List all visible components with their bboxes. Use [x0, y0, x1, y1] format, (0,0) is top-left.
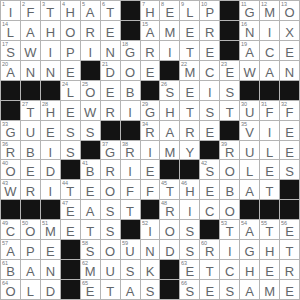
cell-letter: S — [81, 121, 100, 140]
cell-letter: E — [180, 81, 199, 100]
cell-letter: O — [160, 220, 179, 239]
cell-letter: T — [260, 180, 279, 199]
cell-r6c3[interactable]: 28H — [41, 101, 61, 121]
cell-letter: N — [41, 61, 60, 80]
cell-r9c11[interactable]: 42S — [200, 160, 220, 180]
cell-r9c8[interactable]: E — [141, 160, 161, 180]
cell-r14c10[interactable]: 63E — [180, 260, 200, 280]
cell-r5c9[interactable]: 26S — [160, 81, 180, 101]
block-cell-r9c10 — [180, 160, 200, 180]
cell-r6c10[interactable]: T — [180, 101, 200, 121]
cell-r11c6[interactable]: S — [101, 200, 121, 220]
cell-r10c14[interactable]: T — [260, 180, 280, 200]
cell-r13c3[interactable]: E — [41, 240, 61, 260]
cell-r13c11[interactable]: 60R — [200, 240, 220, 260]
cell-r3c2[interactable]: W — [21, 41, 41, 61]
cell-letter: I — [260, 121, 279, 140]
cell-r2c13[interactable]: 16N — [240, 21, 260, 41]
cell-letter: F — [121, 180, 140, 199]
cell-r4c10[interactable]: 22M — [180, 61, 200, 81]
cell-r7c10[interactable]: R — [180, 121, 200, 141]
cell-r7c14[interactable]: I — [260, 121, 280, 141]
cell-r4c3[interactable]: N — [41, 61, 61, 81]
cell-letter: N — [101, 41, 120, 60]
cell-r14c15[interactable]: R — [280, 260, 300, 280]
cell-r12c3[interactable]: 51M — [41, 220, 61, 240]
cell-letter: H — [180, 180, 199, 199]
cell-r13c14[interactable]: H — [260, 240, 280, 260]
cell-r2c10[interactable]: E — [180, 21, 200, 41]
cell-r1c8[interactable]: 7H — [141, 1, 161, 21]
cell-r10c5[interactable]: E — [81, 180, 101, 200]
cell-letter: G — [1, 121, 20, 140]
block-cell-r9c9 — [160, 160, 180, 180]
cell-r3c11[interactable]: E — [200, 41, 220, 61]
cell-r2c8[interactable]: 15A — [141, 21, 161, 41]
block-cell-r11c8 — [141, 200, 161, 220]
cell-r15c13[interactable]: A — [240, 280, 260, 300]
cell-letter: E — [81, 180, 100, 199]
cell-r12c8[interactable]: 52I — [141, 220, 161, 240]
cell-r7c4[interactable]: S — [61, 121, 81, 141]
cell-letter: E — [260, 260, 279, 279]
cell-letter: O — [1, 160, 20, 179]
cell-r14c6[interactable]: U — [101, 260, 121, 280]
cell-letter: A — [141, 21, 160, 40]
cell-letter: F — [280, 101, 299, 120]
cell-r6c4[interactable]: E — [61, 101, 81, 121]
cell-r8c15[interactable]: E — [280, 141, 300, 161]
cell-letter: I — [180, 200, 199, 219]
cell-letter: S — [280, 160, 299, 179]
cell-r15c8[interactable]: S — [141, 280, 161, 300]
cell-r15c7[interactable]: A — [121, 280, 141, 300]
cell-letter: T — [220, 101, 239, 120]
cell-r8c12[interactable]: 39R — [220, 141, 240, 161]
cell-r14c11[interactable]: T — [200, 260, 220, 280]
cell-letter: E — [200, 41, 219, 60]
cell-letter: G — [141, 101, 160, 120]
cell-r4c12[interactable]: 23E — [220, 61, 240, 81]
cell-r4c6[interactable]: 21D — [101, 61, 121, 81]
cell-r9c6[interactable]: R — [101, 160, 121, 180]
cell-letter: U — [240, 141, 259, 160]
cell-letter: E — [61, 200, 80, 219]
cell-r4c7[interactable]: O — [121, 61, 141, 81]
cell-r11c7[interactable]: T — [121, 200, 141, 220]
cell-r8c13[interactable]: U — [240, 141, 260, 161]
cell-letter: S — [160, 81, 179, 100]
cell-r5c12[interactable]: S — [220, 81, 240, 101]
cell-r10c6[interactable]: O — [101, 180, 121, 200]
cell-r12c2[interactable]: 50O — [21, 220, 41, 240]
cell-letter: M — [41, 220, 60, 239]
cell-r1c6[interactable]: 6T — [101, 1, 121, 21]
cell-r5c5[interactable]: 25O — [81, 81, 101, 101]
cell-letter: T — [81, 220, 100, 239]
cell-letter: C — [200, 200, 219, 219]
block-cell-r7c7 — [121, 121, 141, 141]
cell-r3c14[interactable]: C — [260, 41, 280, 61]
cell-r15c15[interactable]: E — [280, 280, 300, 300]
crossword-grid: 1I2F3T4H5A6T7H8E9L10P11G12M13O14LAHORE15… — [0, 0, 300, 300]
cell-letter: E — [280, 280, 299, 299]
cell-r13c5[interactable]: 58S — [81, 240, 101, 260]
cell-r9c14[interactable]: E — [260, 160, 280, 180]
cell-letter: A — [260, 61, 279, 80]
cell-r1c2[interactable]: 2F — [21, 1, 41, 21]
cell-r10c2[interactable]: R — [21, 180, 41, 200]
cell-r1c3[interactable]: 3T — [41, 1, 61, 21]
cell-r9c2[interactable]: E — [21, 160, 41, 180]
cell-r15c5[interactable]: 65E — [81, 280, 101, 300]
cell-letter: B — [1, 260, 20, 279]
cell-letter: T — [41, 1, 60, 20]
cell-r15c1[interactable]: 64O — [1, 280, 21, 300]
cell-letter: D — [41, 160, 60, 179]
cell-r8c1[interactable]: 36R — [1, 141, 21, 161]
cell-r14c3[interactable]: N — [41, 260, 61, 280]
cell-r11c11[interactable]: C — [200, 200, 220, 220]
cell-r13c1[interactable]: 57A — [1, 240, 21, 260]
cell-letter: C — [260, 41, 279, 60]
cell-r3c7[interactable]: 18G — [121, 41, 141, 61]
cell-letter: R — [101, 160, 120, 179]
cell-r6c7[interactable]: I — [121, 101, 141, 121]
cell-r13c10[interactable]: S — [180, 240, 200, 260]
cell-r9c5[interactable]: 41B — [81, 160, 101, 180]
cell-r7c15[interactable]: E — [280, 121, 300, 141]
cell-letter: S — [180, 220, 199, 239]
cell-letter: G — [240, 1, 259, 20]
block-cell-r1c12 — [220, 1, 240, 21]
cell-r12c10[interactable]: S — [180, 220, 200, 240]
cell-letter: S — [61, 121, 80, 140]
cell-r4c14[interactable]: A — [260, 61, 280, 81]
cell-r12c1[interactable]: 49C — [1, 220, 21, 240]
cell-r4c1[interactable]: 20A — [1, 61, 21, 81]
cell-r9c12[interactable]: O — [220, 160, 240, 180]
cell-r6c12[interactable]: T — [220, 101, 240, 121]
cell-letter: E — [280, 141, 299, 160]
cell-r2c1[interactable]: 14L — [1, 21, 21, 41]
cell-r15c14[interactable]: M — [260, 280, 280, 300]
cell-r8c7[interactable]: 38R — [121, 141, 141, 161]
cell-r5c7[interactable]: B — [121, 81, 141, 101]
cell-r14c13[interactable]: H — [240, 260, 260, 280]
cell-letter: B — [21, 141, 40, 160]
cell-r4c4[interactable]: E — [61, 61, 81, 81]
cell-letter: R — [121, 141, 140, 160]
cell-r13c2[interactable]: P — [21, 240, 41, 260]
cell-r9c3[interactable]: D — [41, 160, 61, 180]
cell-letter: E — [141, 61, 160, 80]
cell-r8c4[interactable]: S — [61, 141, 81, 161]
cell-letter: N — [240, 21, 259, 40]
cell-r3c9[interactable]: I — [160, 41, 180, 61]
cell-r1c13[interactable]: 11G — [240, 1, 260, 21]
cell-letter: E — [180, 260, 199, 279]
cell-r8c9[interactable]: M — [160, 141, 180, 161]
cell-letter: F — [141, 180, 160, 199]
block-cell-r5c3 — [41, 81, 61, 101]
cell-r14c8[interactable]: K — [141, 260, 161, 280]
cell-letter: S — [101, 220, 120, 239]
cell-r2c14[interactable]: I — [260, 21, 280, 41]
cell-letter: I — [220, 240, 239, 259]
cell-r5c11[interactable]: I — [200, 81, 220, 101]
cell-letter: T — [21, 101, 40, 120]
cell-letter: I — [141, 220, 160, 239]
cell-letter: S — [101, 200, 120, 219]
cell-r14c2[interactable]: A — [21, 260, 41, 280]
cell-r1c14[interactable]: 12M — [260, 1, 280, 21]
cell-letter: E — [220, 61, 239, 80]
cell-r3c5[interactable]: I — [81, 41, 101, 61]
cell-r10c8[interactable]: F — [141, 180, 161, 200]
cell-letter: F — [260, 101, 279, 120]
cell-letter: R — [81, 21, 100, 40]
block-cell-r4c9 — [160, 61, 180, 81]
cell-letter: N — [280, 61, 299, 80]
cell-r12c9[interactable]: O — [160, 220, 180, 240]
cell-r6c5[interactable]: W — [81, 101, 101, 121]
cell-r9c1[interactable]: 40O — [1, 160, 21, 180]
block-cell-r8c5 — [81, 141, 101, 161]
cell-r10c9[interactable]: 45T — [160, 180, 180, 200]
cell-r6c15[interactable]: 32F — [280, 101, 300, 121]
cell-letter: R — [180, 121, 199, 140]
cell-r13c7[interactable]: 59U — [121, 240, 141, 260]
cell-r6c2[interactable]: 27T — [21, 101, 41, 121]
cell-r3c8[interactable]: R — [141, 41, 161, 61]
cell-r2c9[interactable]: M — [160, 21, 180, 41]
cell-r7c9[interactable]: A — [160, 121, 180, 141]
cell-r8c10[interactable]: Y — [180, 141, 200, 161]
cell-r2c4[interactable]: O — [61, 21, 81, 41]
cell-letter: E — [160, 1, 179, 20]
cell-letter: S — [1, 41, 20, 60]
cell-letter: T — [180, 41, 199, 60]
cell-letter: O — [220, 160, 239, 179]
cell-r10c10[interactable]: 46H — [180, 180, 200, 200]
cell-r11c5[interactable]: A — [81, 200, 101, 220]
cell-r2c6[interactable]: E — [101, 21, 121, 41]
cell-letter: A — [1, 240, 20, 259]
cell-r3c15[interactable]: E — [280, 41, 300, 61]
cell-r12c12[interactable]: 53T — [220, 220, 240, 240]
cell-r8c8[interactable]: I — [141, 141, 161, 161]
cell-r2c3[interactable]: H — [41, 21, 61, 41]
cell-r12c13[interactable]: 54A — [240, 220, 260, 240]
cell-r13c15[interactable]: T — [280, 240, 300, 260]
cell-r5c4[interactable]: 24L — [61, 81, 81, 101]
cell-r6c11[interactable]: S — [200, 101, 220, 121]
cell-r10c3[interactable]: I — [41, 180, 61, 200]
block-cell-r1c7 — [121, 1, 141, 21]
cell-r1c1[interactable]: 1I — [1, 1, 21, 21]
cell-r3c1[interactable]: 17S — [1, 41, 21, 61]
cell-r6c13[interactable]: 30U — [240, 101, 260, 121]
block-cell-r7c6 — [101, 121, 121, 141]
cell-letter: D — [101, 61, 120, 80]
cell-r10c4[interactable]: 44T — [61, 180, 81, 200]
cell-r13c12[interactable]: I — [220, 240, 240, 260]
cell-r15c6[interactable]: T — [101, 280, 121, 300]
cell-r5c6[interactable]: E — [101, 81, 121, 101]
cell-r14c5[interactable]: 62M — [81, 260, 101, 280]
cell-r1c11[interactable]: 10P — [200, 1, 220, 21]
cell-letter: E — [101, 81, 120, 100]
cell-r12c15[interactable]: 56E — [280, 220, 300, 240]
cell-r3c6[interactable]: N — [101, 41, 121, 61]
cell-letter: M — [260, 280, 279, 299]
cell-letter: W — [21, 41, 40, 60]
cell-letter: A — [160, 121, 179, 140]
cell-r15c2[interactable]: L — [21, 280, 41, 300]
cell-letter: O — [121, 61, 140, 80]
cell-r1c10[interactable]: 9L — [180, 1, 200, 21]
cell-r13c9[interactable]: D — [160, 240, 180, 260]
cell-letter: E — [101, 21, 120, 40]
cell-letter: E — [260, 160, 279, 179]
cell-r7c1[interactable]: 33G — [1, 121, 21, 141]
cell-letter: H — [41, 21, 60, 40]
cell-r9c15[interactable]: S — [280, 160, 300, 180]
cell-letter: A — [81, 1, 100, 20]
cell-letter: E — [81, 280, 100, 299]
cell-r8c6[interactable]: 37G — [101, 141, 121, 161]
cell-r2c15[interactable]: X — [280, 21, 300, 41]
block-cell-r5c13 — [240, 81, 260, 101]
cell-r7c5[interactable]: S — [81, 121, 101, 141]
cell-letter: H — [61, 1, 80, 20]
cell-letter: C — [220, 260, 239, 279]
cell-letter: O — [280, 1, 299, 20]
cell-r7c2[interactable]: U — [21, 121, 41, 141]
cell-letter: M — [160, 141, 179, 160]
cell-r1c9[interactable]: 8E — [160, 1, 180, 21]
cell-r15c3[interactable]: D — [41, 280, 61, 300]
cell-r12c14[interactable]: 55T — [260, 220, 280, 240]
cell-r13c13[interactable]: G — [240, 240, 260, 260]
cell-r13c6[interactable]: O — [101, 240, 121, 260]
cell-r10c12[interactable]: B — [220, 180, 240, 200]
cell-r12c6[interactable]: S — [101, 220, 121, 240]
cell-letter: R — [200, 21, 219, 40]
cell-r3c10[interactable]: T — [180, 41, 200, 61]
cell-r1c5[interactable]: 5A — [81, 1, 101, 21]
cell-r11c9[interactable]: 48R — [160, 200, 180, 220]
cell-r14c7[interactable]: S — [121, 260, 141, 280]
cell-r9c13[interactable]: L — [240, 160, 260, 180]
cell-letter: D — [41, 280, 60, 299]
cell-letter: E — [180, 21, 199, 40]
cell-r4c2[interactable]: N — [21, 61, 41, 81]
cell-letter: O — [81, 81, 100, 100]
cell-r15c11[interactable]: E — [200, 280, 220, 300]
cell-letter: H — [41, 101, 60, 120]
cell-letter: L — [61, 81, 80, 100]
cell-r14c1[interactable]: 61B — [1, 260, 21, 280]
cell-letter: R — [141, 41, 160, 60]
cell-r6c6[interactable]: R — [101, 101, 121, 121]
cell-r3c3[interactable]: I — [41, 41, 61, 61]
cell-r15c12[interactable]: S — [220, 280, 240, 300]
cell-r10c1[interactable]: 43W — [1, 180, 21, 200]
cell-r7c13[interactable]: 35V — [240, 121, 260, 141]
block-cell-r9c4 — [61, 160, 81, 180]
cell-r7c8[interactable]: 34R — [141, 121, 161, 141]
cell-r7c11[interactable]: E — [200, 121, 220, 141]
cell-r4c15[interactable]: N — [280, 61, 300, 81]
cell-r10c7[interactable]: F — [121, 180, 141, 200]
cell-r3c4[interactable]: P — [61, 41, 81, 61]
block-cell-r8c11 — [200, 141, 220, 161]
cell-r5c10[interactable]: E — [180, 81, 200, 101]
cell-r6c8[interactable]: 29G — [141, 101, 161, 121]
cell-letter: N — [21, 61, 40, 80]
cell-letter: L — [180, 1, 199, 20]
cell-r2c11[interactable]: R — [200, 21, 220, 41]
cell-letter: E — [41, 121, 60, 140]
cell-r10c13[interactable]: A — [240, 180, 260, 200]
cell-letter: S — [81, 240, 100, 259]
cell-letter: R — [1, 141, 20, 160]
cell-r8c2[interactable]: B — [21, 141, 41, 161]
cell-r15c10[interactable]: 66S — [180, 280, 200, 300]
cell-r13c8[interactable]: N — [141, 240, 161, 260]
cell-r11c10[interactable]: I — [180, 200, 200, 220]
cell-r9c7[interactable]: I — [121, 160, 141, 180]
cell-r12c4[interactable]: E — [61, 220, 81, 240]
cell-r1c4[interactable]: 4H — [61, 1, 81, 21]
cell-letter: E — [61, 101, 80, 120]
cell-r8c3[interactable]: I — [41, 141, 61, 161]
cell-letter: C — [1, 220, 20, 239]
cell-r4c13[interactable]: W — [240, 61, 260, 81]
cell-letter: Y — [180, 141, 199, 160]
cell-r4c8[interactable]: E — [141, 61, 161, 81]
cell-letter: B — [81, 160, 100, 179]
cell-r3c13[interactable]: 19A — [240, 41, 260, 61]
cell-letter: A — [240, 220, 259, 239]
cell-r6c14[interactable]: 31F — [260, 101, 280, 121]
cell-r6c9[interactable]: H — [160, 101, 180, 121]
cell-r11c4[interactable]: 47E — [61, 200, 81, 220]
cell-r10c11[interactable]: E — [200, 180, 220, 200]
cell-letter: I — [41, 41, 60, 60]
cell-r11c12[interactable]: O — [220, 200, 240, 220]
cell-letter: T — [101, 280, 120, 299]
cell-r2c2[interactable]: A — [21, 21, 41, 41]
cell-r1c15[interactable]: 13O — [280, 1, 300, 21]
cell-letter: N — [141, 240, 160, 259]
cell-r14c12[interactable]: C — [220, 260, 240, 280]
cell-r8c14[interactable]: L — [260, 141, 280, 161]
block-cell-r15c9 — [160, 280, 180, 300]
cell-letter: E — [200, 121, 219, 140]
cell-letter: P — [61, 41, 80, 60]
cell-r4c11[interactable]: C — [200, 61, 220, 81]
cell-r7c3[interactable]: E — [41, 121, 61, 141]
cell-letter: A — [21, 21, 40, 40]
block-cell-r5c14 — [260, 81, 280, 101]
cell-letter: I — [41, 141, 60, 160]
cell-r2c5[interactable]: R — [81, 21, 101, 41]
cell-r14c14[interactable]: E — [260, 260, 280, 280]
cell-r12c5[interactable]: T — [81, 220, 101, 240]
